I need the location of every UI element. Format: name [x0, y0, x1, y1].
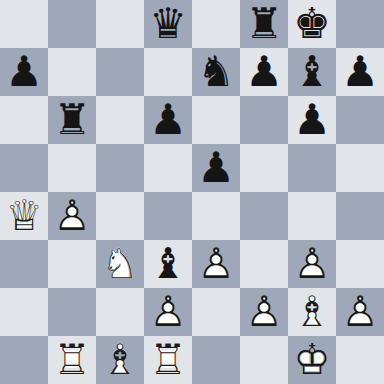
square-f4[interactable] — [240, 192, 288, 240]
pawn-outline-glyph: ♙ — [192, 240, 240, 288]
square-e7[interactable]: ♞ — [192, 48, 240, 96]
square-g1[interactable]: ♚♔ — [288, 336, 336, 384]
king-outline-glyph: ♔ — [288, 336, 336, 384]
piece-black-king[interactable]: ♚ — [288, 0, 336, 48]
square-b2[interactable] — [48, 288, 96, 336]
square-b5[interactable] — [48, 144, 96, 192]
square-b6[interactable]: ♜ — [48, 96, 96, 144]
square-h7[interactable]: ♟ — [336, 48, 384, 96]
square-h4[interactable] — [336, 192, 384, 240]
pawn-glyph: ♟ — [144, 96, 192, 144]
square-a2[interactable] — [0, 288, 48, 336]
square-d8[interactable]: ♛ — [144, 0, 192, 48]
piece-black-pawn[interactable]: ♟ — [288, 96, 336, 144]
pawn-glyph: ♟ — [336, 48, 384, 96]
square-d7[interactable] — [144, 48, 192, 96]
piece-white-pawn[interactable]: ♟♙ — [48, 192, 96, 240]
square-g6[interactable]: ♟ — [288, 96, 336, 144]
king-glyph: ♚ — [288, 0, 336, 48]
queen-outline-glyph: ♕ — [0, 192, 48, 240]
square-f6[interactable] — [240, 96, 288, 144]
piece-black-bishop[interactable]: ♝ — [288, 48, 336, 96]
square-a3[interactable] — [0, 240, 48, 288]
chess-board: ♛♜♚♟♞♟♝♟♜♟♟♟♛♕♟♙♞♘♝♟♙♟♙♟♙♟♙♝♗♟♙♜♖♝♗♜♖♚♔ — [0, 0, 384, 384]
bishop-glyph: ♝ — [288, 48, 336, 96]
square-d2[interactable]: ♟♙ — [144, 288, 192, 336]
square-a8[interactable] — [0, 0, 48, 48]
square-d3[interactable]: ♝ — [144, 240, 192, 288]
square-c8[interactable] — [96, 0, 144, 48]
square-g4[interactable] — [288, 192, 336, 240]
pawn-glyph: ♟ — [288, 96, 336, 144]
bishop-outline-glyph: ♗ — [288, 288, 336, 336]
pawn-outline-glyph: ♙ — [288, 240, 336, 288]
square-e1[interactable] — [192, 336, 240, 384]
piece-white-king[interactable]: ♚♔ — [288, 336, 336, 384]
square-f8[interactable]: ♜ — [240, 0, 288, 48]
square-f7[interactable]: ♟ — [240, 48, 288, 96]
square-g3[interactable]: ♟♙ — [288, 240, 336, 288]
piece-white-pawn[interactable]: ♟♙ — [336, 288, 384, 336]
piece-black-pawn[interactable]: ♟ — [240, 48, 288, 96]
square-e2[interactable] — [192, 288, 240, 336]
bishop-glyph: ♝ — [144, 240, 192, 288]
square-d4[interactable] — [144, 192, 192, 240]
square-h5[interactable] — [336, 144, 384, 192]
rook-outline-glyph: ♖ — [48, 336, 96, 384]
square-f5[interactable] — [240, 144, 288, 192]
piece-white-knight[interactable]: ♞♘ — [96, 240, 144, 288]
square-e5[interactable]: ♟ — [192, 144, 240, 192]
square-g8[interactable]: ♚ — [288, 0, 336, 48]
rook-outline-glyph: ♖ — [144, 336, 192, 384]
piece-white-pawn[interactable]: ♟♙ — [288, 240, 336, 288]
square-c7[interactable] — [96, 48, 144, 96]
pawn-glyph: ♟ — [192, 144, 240, 192]
piece-black-pawn[interactable]: ♟ — [336, 48, 384, 96]
square-h6[interactable] — [336, 96, 384, 144]
square-a4[interactable]: ♛♕ — [0, 192, 48, 240]
knight-glyph: ♞ — [192, 48, 240, 96]
queen-glyph: ♛ — [144, 0, 192, 48]
square-a6[interactable] — [0, 96, 48, 144]
square-e3[interactable]: ♟♙ — [192, 240, 240, 288]
square-g7[interactable]: ♝ — [288, 48, 336, 96]
piece-black-queen[interactable]: ♛ — [144, 0, 192, 48]
piece-white-bishop[interactable]: ♝♗ — [96, 336, 144, 384]
piece-black-rook[interactable]: ♜ — [240, 0, 288, 48]
square-f1[interactable] — [240, 336, 288, 384]
piece-black-pawn[interactable]: ♟ — [192, 144, 240, 192]
square-e6[interactable] — [192, 96, 240, 144]
square-a5[interactable] — [0, 144, 48, 192]
piece-black-pawn[interactable]: ♟ — [0, 48, 48, 96]
piece-black-bishop[interactable]: ♝ — [144, 240, 192, 288]
square-b3[interactable] — [48, 240, 96, 288]
square-b4[interactable]: ♟♙ — [48, 192, 96, 240]
square-d5[interactable] — [144, 144, 192, 192]
piece-black-knight[interactable]: ♞ — [192, 48, 240, 96]
bishop-outline-glyph: ♗ — [96, 336, 144, 384]
piece-black-rook[interactable]: ♜ — [48, 96, 96, 144]
pawn-outline-glyph: ♙ — [336, 288, 384, 336]
piece-white-queen[interactable]: ♛♕ — [0, 192, 48, 240]
square-b8[interactable] — [48, 0, 96, 48]
piece-white-pawn[interactable]: ♟♙ — [240, 288, 288, 336]
square-a7[interactable]: ♟ — [0, 48, 48, 96]
pawn-glyph: ♟ — [240, 48, 288, 96]
pawn-outline-glyph: ♙ — [48, 192, 96, 240]
rook-glyph: ♜ — [48, 96, 96, 144]
square-h2[interactable]: ♟♙ — [336, 288, 384, 336]
square-h8[interactable] — [336, 0, 384, 48]
square-f3[interactable] — [240, 240, 288, 288]
square-c4[interactable] — [96, 192, 144, 240]
pawn-outline-glyph: ♙ — [240, 288, 288, 336]
square-h1[interactable] — [336, 336, 384, 384]
square-a1[interactable] — [0, 336, 48, 384]
square-f2[interactable]: ♟♙ — [240, 288, 288, 336]
piece-white-pawn[interactable]: ♟♙ — [144, 288, 192, 336]
piece-black-pawn[interactable]: ♟ — [144, 96, 192, 144]
piece-white-pawn[interactable]: ♟♙ — [192, 240, 240, 288]
square-e4[interactable] — [192, 192, 240, 240]
piece-white-bishop[interactable]: ♝♗ — [288, 288, 336, 336]
square-b1[interactable]: ♜♖ — [48, 336, 96, 384]
knight-outline-glyph: ♘ — [96, 240, 144, 288]
square-h3[interactable] — [336, 240, 384, 288]
pawn-outline-glyph: ♙ — [144, 288, 192, 336]
square-d1[interactable]: ♜♖ — [144, 336, 192, 384]
square-g2[interactable]: ♝♗ — [288, 288, 336, 336]
square-g5[interactable] — [288, 144, 336, 192]
square-c3[interactable]: ♞♘ — [96, 240, 144, 288]
square-c2[interactable] — [96, 288, 144, 336]
square-c5[interactable] — [96, 144, 144, 192]
piece-white-rook[interactable]: ♜♖ — [144, 336, 192, 384]
rook-glyph: ♜ — [240, 0, 288, 48]
square-c1[interactable]: ♝♗ — [96, 336, 144, 384]
square-d6[interactable]: ♟ — [144, 96, 192, 144]
square-e8[interactable] — [192, 0, 240, 48]
square-b7[interactable] — [48, 48, 96, 96]
square-c6[interactable] — [96, 96, 144, 144]
piece-white-rook[interactable]: ♜♖ — [48, 336, 96, 384]
pawn-glyph: ♟ — [0, 48, 48, 96]
